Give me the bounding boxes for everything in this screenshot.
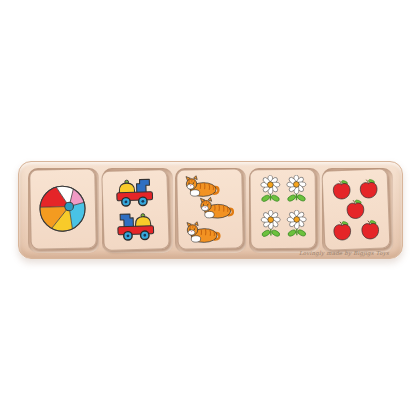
ginger-cat-icon xyxy=(181,175,223,198)
daisy-flower-icon xyxy=(259,210,283,243)
toy-train-icon xyxy=(112,178,158,210)
tile-5-red-apple[interactable] xyxy=(321,168,390,250)
socket-3 xyxy=(175,168,246,253)
socket-5 xyxy=(322,168,393,253)
daisy-flower-icon xyxy=(285,209,309,242)
socket-4 xyxy=(249,168,320,253)
red-apple-icon xyxy=(331,219,353,244)
daisy-flower-icon xyxy=(284,175,308,208)
ginger-cat-icon xyxy=(195,197,237,220)
tile-4-daisy-flower[interactable] xyxy=(250,169,317,250)
toy-train-icon xyxy=(113,211,159,243)
tile-1-beach-ball[interactable] xyxy=(29,168,97,249)
tile-3-ginger-cat[interactable] xyxy=(176,168,244,249)
ginger-cat-icon xyxy=(182,220,224,243)
puzzle-tray: Lovingly made by Bigjigs Toys xyxy=(18,161,403,259)
tile-5-items xyxy=(325,172,386,246)
tile-4-items xyxy=(254,173,313,246)
daisy-flower-icon xyxy=(258,175,282,208)
red-apple-icon xyxy=(359,218,381,243)
socket-1 xyxy=(28,168,99,253)
beach-ball-icon xyxy=(36,177,88,241)
socket-2 xyxy=(102,168,173,253)
tile-2-items xyxy=(105,173,165,247)
product-photo-scene: Lovingly made by Bigjigs Toys xyxy=(0,0,420,420)
tile-2-toy-train[interactable] xyxy=(101,169,169,251)
tile-1-items xyxy=(33,172,92,245)
brand-tagline: Lovingly made by Bigjigs Toys xyxy=(299,251,389,257)
tile-3-items xyxy=(180,172,239,245)
